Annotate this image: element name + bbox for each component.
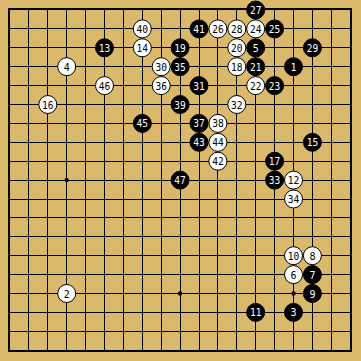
stone-black-33[interactable]: 33 [266, 171, 284, 189]
stone-white-36[interactable]: 36 [152, 77, 170, 95]
stone-black-17[interactable]: 17 [266, 152, 284, 170]
stone-move-number: 11 [250, 307, 262, 318]
stone-move-number: 35 [174, 62, 186, 73]
stone-white-12[interactable]: 12 [285, 171, 303, 189]
stone-move-number: 39 [174, 100, 186, 111]
stone-move-number: 28 [231, 24, 243, 35]
stone-white-38[interactable]: 38 [209, 114, 227, 132]
stone-move-number: 37 [193, 118, 205, 129]
stone-white-14[interactable]: 14 [133, 39, 151, 57]
stone-white-42[interactable]: 42 [209, 152, 227, 170]
stone-move-number: 12 [288, 175, 300, 186]
stone-white-46[interactable]: 46 [96, 77, 114, 95]
stone-move-number: 30 [155, 62, 167, 73]
stone-black-45[interactable]: 45 [133, 114, 151, 132]
stone-move-number: 18 [231, 62, 243, 73]
stone-black-9[interactable]: 9 [303, 285, 321, 303]
stone-move-number: 23 [269, 81, 281, 92]
stone-move-number: 20 [231, 43, 243, 54]
stone-black-31[interactable]: 31 [190, 77, 208, 95]
stone-move-number: 17 [269, 156, 281, 167]
star-point [291, 291, 295, 295]
go-board[interactable]: 1234567891011121314151617181920212223242… [0, 0, 361, 361]
star-point [178, 291, 182, 295]
stone-black-39[interactable]: 39 [171, 96, 189, 114]
stone-black-29[interactable]: 29 [303, 39, 321, 57]
stone-black-7[interactable]: 7 [303, 266, 321, 284]
stone-black-47[interactable]: 47 [171, 171, 189, 189]
stone-move-number: 9 [309, 289, 315, 300]
stone-move-number: 8 [309, 251, 315, 262]
stone-white-10[interactable]: 10 [285, 247, 303, 265]
stone-move-number: 31 [193, 81, 205, 92]
stone-move-number: 22 [250, 81, 262, 92]
stone-white-4[interactable]: 4 [58, 58, 76, 76]
stone-move-number: 43 [193, 137, 205, 148]
stone-move-number: 13 [99, 43, 111, 54]
stone-move-number: 45 [137, 118, 149, 129]
stone-move-number: 6 [290, 270, 296, 281]
stone-white-8[interactable]: 8 [303, 247, 321, 265]
stone-black-43[interactable]: 43 [190, 133, 208, 151]
stone-move-number: 47 [174, 175, 186, 186]
stone-white-2[interactable]: 2 [58, 285, 76, 303]
stone-black-35[interactable]: 35 [171, 58, 189, 76]
stone-move-number: 5 [253, 43, 259, 54]
stone-move-number: 1 [290, 62, 296, 73]
stone-move-number: 14 [137, 43, 149, 54]
stone-move-number: 2 [64, 289, 70, 300]
stone-move-number: 3 [290, 307, 296, 318]
stone-move-number: 19 [174, 43, 186, 54]
stone-white-18[interactable]: 18 [228, 58, 246, 76]
stone-black-19[interactable]: 19 [171, 39, 189, 57]
stone-move-number: 42 [212, 156, 224, 167]
stone-move-number: 41 [193, 24, 205, 35]
stone-black-27[interactable]: 27 [247, 1, 265, 19]
stone-move-number: 38 [212, 118, 224, 129]
stone-black-25[interactable]: 25 [266, 20, 284, 38]
stone-move-number: 33 [269, 175, 281, 186]
stone-move-number: 21 [250, 62, 262, 73]
stone-black-1[interactable]: 1 [285, 58, 303, 76]
stone-black-3[interactable]: 3 [285, 303, 303, 321]
stone-move-number: 40 [137, 24, 149, 35]
stone-move-number: 27 [250, 5, 262, 16]
stone-white-20[interactable]: 20 [228, 39, 246, 57]
stone-move-number: 4 [64, 62, 70, 73]
stone-white-26[interactable]: 26 [209, 20, 227, 38]
go-diagram: 1234567891011121314151617181920212223242… [0, 0, 361, 361]
stone-white-6[interactable]: 6 [285, 266, 303, 284]
stone-black-15[interactable]: 15 [303, 133, 321, 151]
stone-white-44[interactable]: 44 [209, 133, 227, 151]
star-point [65, 178, 69, 182]
stone-move-number: 7 [309, 270, 315, 281]
stone-black-11[interactable]: 11 [247, 303, 265, 321]
stone-white-16[interactable]: 16 [39, 96, 57, 114]
stone-black-5[interactable]: 5 [247, 39, 265, 57]
stone-move-number: 25 [269, 24, 281, 35]
stone-move-number: 10 [288, 251, 300, 262]
stone-white-22[interactable]: 22 [247, 77, 265, 95]
stone-move-number: 44 [212, 137, 224, 148]
stone-white-32[interactable]: 32 [228, 96, 246, 114]
stone-move-number: 15 [307, 137, 319, 148]
stone-black-13[interactable]: 13 [96, 39, 114, 57]
stone-black-21[interactable]: 21 [247, 58, 265, 76]
stone-move-number: 16 [42, 100, 54, 111]
stone-move-number: 34 [288, 194, 300, 205]
stone-move-number: 24 [250, 24, 262, 35]
stone-move-number: 46 [99, 81, 111, 92]
stone-white-34[interactable]: 34 [285, 190, 303, 208]
stone-white-30[interactable]: 30 [152, 58, 170, 76]
stone-black-37[interactable]: 37 [190, 114, 208, 132]
stone-black-23[interactable]: 23 [266, 77, 284, 95]
stone-move-number: 29 [307, 43, 319, 54]
stone-white-40[interactable]: 40 [133, 20, 151, 38]
stone-white-24[interactable]: 24 [247, 20, 265, 38]
stone-move-number: 26 [212, 24, 224, 35]
stone-black-41[interactable]: 41 [190, 20, 208, 38]
stone-white-28[interactable]: 28 [228, 20, 246, 38]
stone-move-number: 36 [155, 81, 167, 92]
stone-move-number: 32 [231, 100, 243, 111]
